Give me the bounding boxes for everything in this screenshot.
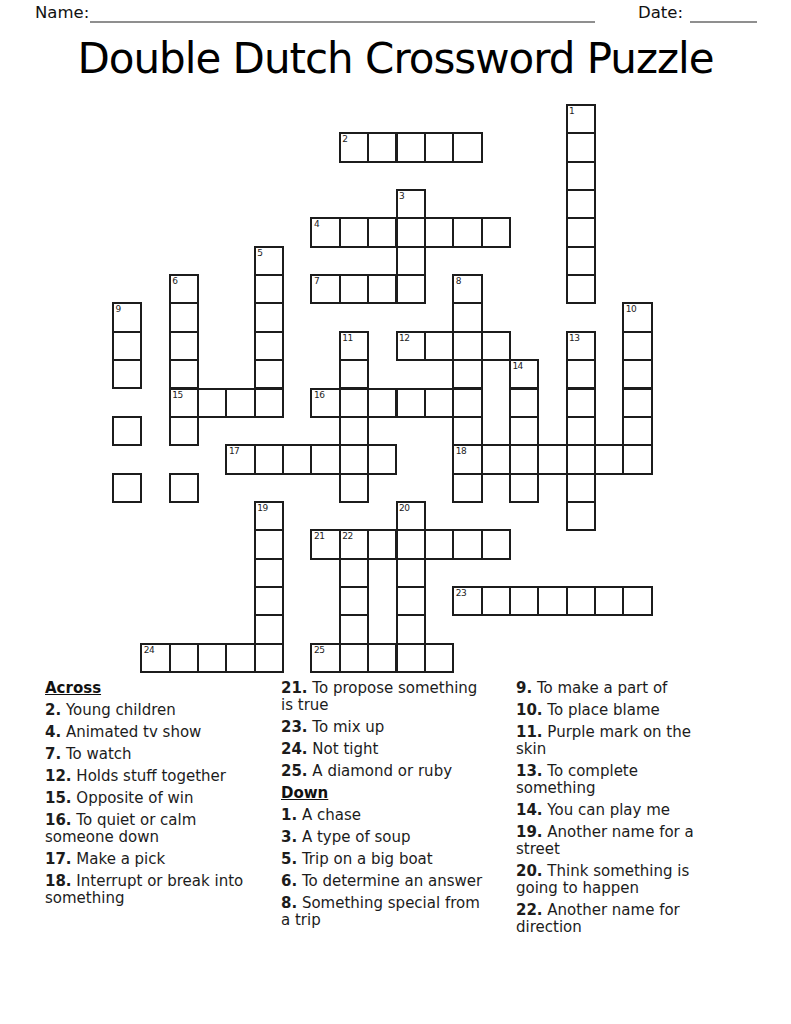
clue-number: 21. [281,679,308,697]
clue-4-across: 4. Animated tv show [45,724,250,741]
grid-cell-r11c0[interactable] [112,416,142,446]
grid-cell-r14c16[interactable] [566,501,596,531]
clue-21-across: 21. To propose something is true [281,680,493,714]
grid-cell-r10c11[interactable] [424,388,454,418]
cell-number: 25 [314,645,324,655]
clue-column-down: 9. To make a part of10. To place blame11… [516,680,721,941]
grid-cell-r10c16[interactable] [566,388,596,418]
cell-number: 2 [342,134,347,144]
cell-number: 6 [172,276,177,286]
clue-number: 9. [516,679,532,697]
grid-cell-r8c11[interactable] [424,331,454,361]
grid-cell-r6c7[interactable]: 7 [310,274,340,304]
cell-number: 7 [314,276,319,286]
grid-cell-r15c7[interactable]: 21 [310,529,340,559]
cell-number: 17 [229,446,239,456]
clue-14-down: 14. You can play me [516,802,721,819]
clue-number: 13. [516,762,543,780]
clue-column-middle: 21. To propose something is true23. To m… [281,680,493,934]
grid-cell-r8c2[interactable] [169,331,199,361]
grid-cell-r5c16[interactable] [566,246,596,276]
grid-cell-r14c5[interactable]: 19 [254,501,284,531]
grid-cell-r5c10[interactable] [396,246,426,276]
clue-12-across: 12. Holds stuff together [45,768,250,785]
grid-cell-r17c10[interactable] [396,586,426,616]
grid-cell-r17c8[interactable] [339,586,369,616]
grid-cell-r10c4[interactable] [225,388,255,418]
clue-19-down: 19. Another name for a street [516,824,721,858]
grid-cell-r19c11[interactable] [424,643,454,673]
grid-cell-r6c12[interactable]: 8 [452,274,482,304]
cell-number: 19 [257,503,267,513]
grid-cell-r10c18[interactable] [622,388,652,418]
grid-cell-r12c4[interactable]: 17 [225,444,255,474]
grid-cell-r1c11[interactable] [424,132,454,162]
grid-cell-r18c5[interactable] [254,614,284,644]
grid-cell-r15c8[interactable]: 22 [339,529,369,559]
clue-number: 7. [45,745,61,763]
grid-cell-r9c16[interactable] [566,359,596,389]
clue-13-down: 13. To complete something [516,763,721,797]
grid-cell-r16c8[interactable] [339,558,369,588]
cell-number: 21 [314,531,324,541]
grid-cell-r19c10[interactable] [396,643,426,673]
grid-cell-r13c12[interactable] [452,473,482,503]
grid-cell-r1c10[interactable] [396,132,426,162]
grid-cell-r11c12[interactable] [452,416,482,446]
grid-cell-r19c9[interactable] [367,643,397,673]
cell-number: 11 [342,333,352,343]
grid-cell-r7c0[interactable]: 9 [112,302,142,332]
clue-number: 3. [281,828,297,846]
clue-number: 4. [45,723,61,741]
grid-cell-r8c5[interactable] [254,331,284,361]
clue-number: 23. [281,718,308,736]
cell-number: 10 [626,304,636,314]
clue-3-down: 3. A type of soup [281,829,493,846]
grid-cell-r19c7[interactable]: 25 [310,643,340,673]
clue-number: 18. [45,872,72,890]
clue-number: 14. [516,801,543,819]
grid-cell-r10c12[interactable] [452,388,482,418]
cell-number: 4 [314,219,319,229]
clue-number: 24. [281,740,308,758]
grid-cell-r1c16[interactable] [566,132,596,162]
grid-cell-r9c0[interactable] [112,359,142,389]
clue-2-across: 2. Young children [45,702,250,719]
clue-24-across: 24. Not tight [281,741,493,758]
clue-column-across: Across2. Young children4. Animated tv sh… [45,680,250,912]
grid-cell-r8c13[interactable] [481,331,511,361]
grid-cell-r4c10[interactable] [396,217,426,247]
grid-cell-r12c9[interactable] [367,444,397,474]
clue-number: 16. [45,811,72,829]
grid-cell-r19c2[interactable] [169,643,199,673]
grid-cell-r1c9[interactable] [367,132,397,162]
clue-11-down: 11. Purple mark on the skin [516,724,721,758]
grid-cell-r13c16[interactable] [566,473,596,503]
grid-cell-r19c3[interactable] [197,643,227,673]
grid-cell-r4c11[interactable] [424,217,454,247]
grid-cell-r12c8[interactable] [339,444,369,474]
clue-15-across: 15. Opposite of win [45,790,250,807]
grid-cell-r9c18[interactable] [622,359,652,389]
grid-cell-r4c9[interactable] [367,217,397,247]
clue-number: 1. [281,806,297,824]
grid-cell-r13c14[interactable] [509,473,539,503]
grid-cell-r8c8[interactable]: 11 [339,331,369,361]
grid-cell-r18c8[interactable] [339,614,369,644]
clue-23-across: 23. To mix up [281,719,493,736]
cell-number: 13 [569,333,579,343]
grid-cell-r15c10[interactable] [396,529,426,559]
clue-number: 11. [516,723,543,741]
clue-number: 15. [45,789,72,807]
clue-18-across: 18. Interrupt or break into something [45,873,250,907]
grid-cell-r19c5[interactable] [254,643,284,673]
grid-cell-r17c13[interactable] [481,586,511,616]
clue-1-down: 1. A chase [281,807,493,824]
grid-cell-r9c12[interactable] [452,359,482,389]
clue-number: 17. [45,850,72,868]
grid-cell-r0c16[interactable]: 1 [566,104,596,134]
date-label: Date: [638,3,683,22]
grid-cell-r17c15[interactable] [537,586,567,616]
cell-number: 5 [257,248,262,258]
grid-cell-r1c12[interactable] [452,132,482,162]
grid-cell-r4c13[interactable] [481,217,511,247]
grid-cell-r6c2[interactable]: 6 [169,274,199,304]
grid-cell-r15c9[interactable] [367,529,397,559]
grid-cell-r7c5[interactable] [254,302,284,332]
grid-cell-r11c18[interactable] [622,416,652,446]
clue-number: 8. [281,894,297,912]
grid-cell-r1c8[interactable]: 2 [339,132,369,162]
grid-cell-r3c10[interactable]: 3 [396,189,426,219]
down-header: Down [281,785,493,802]
grid-cell-r4c12[interactable] [452,217,482,247]
grid-cell-r12c5[interactable] [254,444,284,474]
grid-cell-r5c5[interactable]: 5 [254,246,284,276]
grid-cell-r14c10[interactable]: 20 [396,501,426,531]
grid-cell-r6c16[interactable] [566,274,596,304]
cell-number: 22 [342,531,352,541]
cell-number: 3 [399,191,404,201]
clue-25-across: 25. A diamond or ruby [281,763,493,780]
grid-cell-r9c5[interactable] [254,359,284,389]
grid-cell-r17c18[interactable] [622,586,652,616]
clue-number: 2. [45,701,61,719]
grid-cell-r9c8[interactable] [339,359,369,389]
cell-number: 23 [456,588,466,598]
clue-16-across: 16. To quiet or calm someone down [45,812,250,846]
clue-17-across: 17. Make a pick [45,851,250,868]
clue-number: 20. [516,862,543,880]
grid-cell-r15c13[interactable] [481,529,511,559]
clue-number: 10. [516,701,543,719]
grid-cell-r15c5[interactable] [254,529,284,559]
clue-22-down: 22. Another name for direction [516,902,721,936]
cell-number: 14 [512,361,522,371]
grid-cell-r2c16[interactable] [566,161,596,191]
cell-number: 9 [116,304,121,314]
cell-number: 8 [456,276,461,286]
grid-cell-r12c17[interactable] [594,444,624,474]
grid-cell-r13c8[interactable] [339,473,369,503]
grid-cell-r12c18[interactable] [622,444,652,474]
grid-cell-r15c12[interactable] [452,529,482,559]
grid-cell-r10c7[interactable]: 16 [310,388,340,418]
cell-number: 1 [569,106,574,116]
grid-cell-r12c13[interactable] [481,444,511,474]
clue-6-down: 6. To determine an answer [281,873,493,890]
grid-cell-r10c2[interactable]: 15 [169,388,199,418]
grid-cell-r8c0[interactable] [112,331,142,361]
name-input-line[interactable] [90,21,595,23]
grid-cell-r15c11[interactable] [424,529,454,559]
grid-cell-r17c12[interactable]: 23 [452,586,482,616]
grid-cell-r9c14[interactable]: 14 [509,359,539,389]
grid-cell-r17c17[interactable] [594,586,624,616]
clue-9-down: 9. To make a part of [516,680,721,697]
cell-number: 16 [314,390,324,400]
date-input-line[interactable] [690,21,757,23]
cell-number: 12 [399,333,409,343]
grid-cell-r8c10[interactable]: 12 [396,331,426,361]
name-label: Name: [35,3,89,22]
grid-cell-r12c15[interactable] [537,444,567,474]
grid-cell-r8c12[interactable] [452,331,482,361]
clue-number: 19. [516,823,543,841]
grid-cell-r4c16[interactable] [566,217,596,247]
clue-10-down: 10. To place blame [516,702,721,719]
page-title: Double Dutch Crossword Puzzle [0,34,791,83]
grid-cell-r8c16[interactable]: 13 [566,331,596,361]
grid-cell-r16c5[interactable] [254,558,284,588]
grid-cell-r17c5[interactable] [254,586,284,616]
grid-cell-r6c8[interactable] [339,274,369,304]
grid-cell-r10c9[interactable] [367,388,397,418]
clue-number: 12. [45,767,72,785]
grid-cell-r12c16[interactable] [566,444,596,474]
grid-cell-r10c5[interactable] [254,388,284,418]
grid-cell-r18c10[interactable] [396,614,426,644]
grid-cell-r11c16[interactable] [566,416,596,446]
grid-cell-r19c8[interactable] [339,643,369,673]
grid-cell-r4c8[interactable] [339,217,369,247]
grid-cell-r4c7[interactable]: 4 [310,217,340,247]
grid-cell-r13c0[interactable] [112,473,142,503]
grid-cell-r10c14[interactable] [509,388,539,418]
grid-cell-r12c14[interactable] [509,444,539,474]
clue-number: 25. [281,762,308,780]
grid-cell-r10c3[interactable] [197,388,227,418]
grid-cell-r6c5[interactable] [254,274,284,304]
cell-number: 24 [144,645,154,655]
clue-7-across: 7. To watch [45,746,250,763]
cell-number: 20 [399,503,409,513]
clue-8-down: 8. Something special from a trip [281,895,493,929]
grid-cell-r10c10[interactable] [396,388,426,418]
grid-cell-r11c8[interactable] [339,416,369,446]
grid-cell-r17c16[interactable] [566,586,596,616]
cell-number: 18 [456,446,466,456]
grid-cell-r17c14[interactable] [509,586,539,616]
across-header: Across [45,680,250,697]
crossword-grid: 1234567891011121314151617181920212223242… [112,104,654,674]
clue-number: 22. [516,901,543,919]
grid-cell-r8c18[interactable] [622,331,652,361]
clue-5-down: 5. Trip on a big boat [281,851,493,868]
clue-number: 6. [281,872,297,890]
grid-cell-r12c7[interactable] [310,444,340,474]
grid-cell-r7c12[interactable] [452,302,482,332]
grid-cell-r6c9[interactable] [367,274,397,304]
grid-cell-r9c2[interactable] [169,359,199,389]
grid-cell-r19c1[interactable]: 24 [140,643,170,673]
grid-cell-r19c4[interactable] [225,643,255,673]
grid-cell-r6c10[interactable] [396,274,426,304]
grid-cell-r12c12[interactable]: 18 [452,444,482,474]
grid-cell-r7c2[interactable] [169,302,199,332]
grid-cell-r7c18[interactable]: 10 [622,302,652,332]
clue-number: 5. [281,850,297,868]
grid-cell-r3c16[interactable] [566,189,596,219]
grid-cell-r16c10[interactable] [396,558,426,588]
cell-number: 15 [172,390,182,400]
grid-cell-r11c14[interactable] [509,416,539,446]
grid-cell-r13c2[interactable] [169,473,199,503]
grid-cell-r12c6[interactable] [282,444,312,474]
grid-cell-r10c8[interactable] [339,388,369,418]
clue-20-down: 20. Think something is going to happen [516,863,721,897]
grid-cell-r11c2[interactable] [169,416,199,446]
